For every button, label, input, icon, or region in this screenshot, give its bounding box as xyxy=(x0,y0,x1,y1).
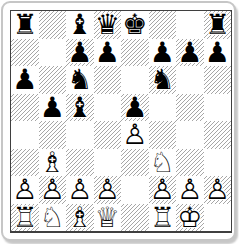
square-a4[interactable] xyxy=(11,121,39,149)
square-h4[interactable] xyxy=(204,121,232,149)
piece-white-bishop: ♝♗ xyxy=(67,204,92,232)
square-f1[interactable]: ♜♖ xyxy=(149,204,177,232)
square-b8[interactable] xyxy=(39,11,67,39)
piece-black-rook: ♜ xyxy=(12,11,37,39)
piece-white-pawn: ♟♙ xyxy=(95,176,120,204)
piece-black-knight: ♞ xyxy=(150,66,175,94)
piece-black-pawn: ♟ xyxy=(40,94,65,122)
square-a1[interactable]: ♜♖ xyxy=(11,204,39,232)
square-b6[interactable] xyxy=(39,66,67,94)
square-h1[interactable] xyxy=(204,204,232,232)
square-f7[interactable]: ♟ xyxy=(149,39,177,67)
white-piece-outline: ♙ xyxy=(12,176,37,204)
square-c8[interactable]: ♝ xyxy=(66,11,94,39)
square-d5[interactable] xyxy=(94,94,122,122)
white-piece-outline: ♖ xyxy=(150,204,175,232)
square-h5[interactable] xyxy=(204,94,232,122)
square-g2[interactable]: ♟♙ xyxy=(176,176,204,204)
piece-white-pawn: ♟♙ xyxy=(122,121,147,149)
square-f2[interactable]: ♟♙ xyxy=(149,176,177,204)
square-a5[interactable] xyxy=(11,94,39,122)
piece-white-knight: ♞♘ xyxy=(150,149,175,177)
square-h6[interactable] xyxy=(204,66,232,94)
square-b1[interactable]: ♞♘ xyxy=(39,204,67,232)
white-piece-outline: ♙ xyxy=(205,176,230,204)
piece-black-pawn: ♟ xyxy=(205,39,230,67)
piece-white-pawn: ♟♙ xyxy=(177,176,202,204)
square-b3[interactable]: ♝♗ xyxy=(39,149,67,177)
square-e3[interactable] xyxy=(121,149,149,177)
chess-board: ♜♝♛♚♜♟♟♟♟♟♟♞♞♟♝♟♟♙♝♗♞♘♟♙♟♙♟♙♟♙♟♙♟♙♟♙♜♖♞♘… xyxy=(10,10,232,233)
square-g6[interactable] xyxy=(176,66,204,94)
square-e7[interactable] xyxy=(121,39,149,67)
square-a8[interactable]: ♜ xyxy=(11,11,39,39)
square-d2[interactable]: ♟♙ xyxy=(94,176,122,204)
square-b5[interactable]: ♟ xyxy=(39,94,67,122)
square-e8[interactable]: ♚ xyxy=(121,11,149,39)
piece-black-knight: ♞ xyxy=(67,66,92,94)
square-b2[interactable]: ♟♙ xyxy=(39,176,67,204)
square-d6[interactable] xyxy=(94,66,122,94)
white-piece-outline: ♙ xyxy=(40,176,65,204)
square-h2[interactable]: ♟♙ xyxy=(204,176,232,204)
square-h7[interactable]: ♟ xyxy=(204,39,232,67)
piece-white-pawn: ♟♙ xyxy=(40,176,65,204)
white-piece-outline: ♙ xyxy=(122,121,147,149)
piece-white-pawn: ♟♙ xyxy=(12,176,37,204)
square-e4[interactable]: ♟♙ xyxy=(121,121,149,149)
square-f5[interactable] xyxy=(149,94,177,122)
square-h3[interactable] xyxy=(204,149,232,177)
piece-black-pawn: ♟ xyxy=(122,94,147,122)
square-f6[interactable]: ♞ xyxy=(149,66,177,94)
piece-black-queen: ♛ xyxy=(95,11,120,39)
white-piece-outline: ♔ xyxy=(177,204,202,232)
piece-black-pawn: ♟ xyxy=(67,39,92,67)
piece-black-rook: ♜ xyxy=(205,11,230,39)
white-piece-outline: ♕ xyxy=(95,204,120,232)
white-piece-outline: ♗ xyxy=(67,204,92,232)
piece-white-bishop: ♝♗ xyxy=(40,149,65,177)
square-g8[interactable] xyxy=(176,11,204,39)
piece-black-pawn: ♟ xyxy=(177,39,202,67)
piece-black-king: ♚ xyxy=(122,11,147,39)
square-g3[interactable] xyxy=(176,149,204,177)
square-c1[interactable]: ♝♗ xyxy=(66,204,94,232)
square-g5[interactable] xyxy=(176,94,204,122)
piece-white-king: ♚♔ xyxy=(177,204,202,232)
piece-black-pawn: ♟ xyxy=(150,39,175,67)
piece-black-bishop: ♝ xyxy=(67,94,92,122)
square-d4[interactable] xyxy=(94,121,122,149)
square-h8[interactable]: ♜ xyxy=(204,11,232,39)
square-a7[interactable] xyxy=(11,39,39,67)
square-d1[interactable]: ♛♕ xyxy=(94,204,122,232)
piece-white-queen: ♛♕ xyxy=(95,204,120,232)
square-c4[interactable] xyxy=(66,121,94,149)
square-f8[interactable] xyxy=(149,11,177,39)
square-g7[interactable]: ♟ xyxy=(176,39,204,67)
square-a3[interactable] xyxy=(11,149,39,177)
piece-black-bishop: ♝ xyxy=(67,11,92,39)
white-piece-outline: ♙ xyxy=(150,176,175,204)
square-b7[interactable] xyxy=(39,39,67,67)
piece-white-pawn: ♟♙ xyxy=(67,176,92,204)
square-g4[interactable] xyxy=(176,121,204,149)
white-piece-outline: ♙ xyxy=(67,176,92,204)
square-e6[interactable] xyxy=(121,66,149,94)
square-f4[interactable] xyxy=(149,121,177,149)
square-e5[interactable]: ♟ xyxy=(121,94,149,122)
white-piece-outline: ♘ xyxy=(150,149,175,177)
piece-white-pawn: ♟♙ xyxy=(150,176,175,204)
square-a6[interactable]: ♟ xyxy=(11,66,39,94)
white-piece-outline: ♙ xyxy=(95,176,120,204)
piece-black-pawn: ♟ xyxy=(95,39,120,67)
square-c7[interactable]: ♟ xyxy=(66,39,94,67)
square-d3[interactable] xyxy=(94,149,122,177)
square-g1[interactable]: ♚♔ xyxy=(176,204,204,232)
white-piece-outline: ♘ xyxy=(40,204,65,232)
square-d7[interactable]: ♟ xyxy=(94,39,122,67)
white-piece-outline: ♙ xyxy=(177,176,202,204)
square-c5[interactable]: ♝ xyxy=(66,94,94,122)
square-c2[interactable]: ♟♙ xyxy=(66,176,94,204)
piece-white-knight: ♞♘ xyxy=(40,204,65,232)
white-piece-outline: ♖ xyxy=(12,204,37,232)
piece-white-rook: ♜♖ xyxy=(150,204,175,232)
square-f3[interactable]: ♞♘ xyxy=(149,149,177,177)
square-a2[interactable]: ♟♙ xyxy=(11,176,39,204)
square-c3[interactable] xyxy=(66,149,94,177)
square-e2[interactable] xyxy=(121,176,149,204)
piece-white-rook: ♜♖ xyxy=(12,204,37,232)
white-piece-outline: ♗ xyxy=(40,149,65,177)
square-c6[interactable]: ♞ xyxy=(66,66,94,94)
piece-black-pawn: ♟ xyxy=(12,66,37,94)
square-b4[interactable] xyxy=(39,121,67,149)
square-e1[interactable] xyxy=(121,204,149,232)
piece-white-pawn: ♟♙ xyxy=(205,176,230,204)
square-d8[interactable]: ♛ xyxy=(94,11,122,39)
